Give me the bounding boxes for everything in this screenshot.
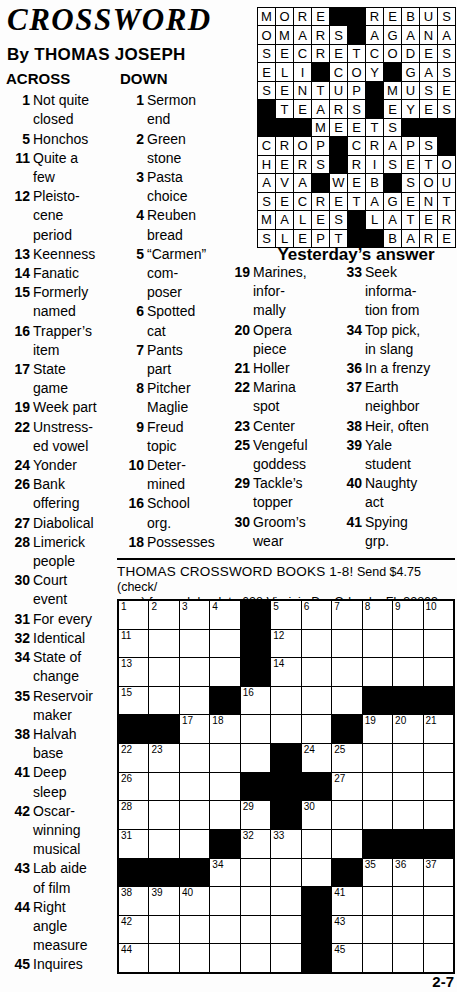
clue-number: 5 (118, 245, 147, 303)
puzzle-cell-r12c10[interactable] (393, 916, 422, 944)
puzzle-cell-r1c11[interactable]: 10 (424, 601, 453, 629)
clue-number: 19 (4, 398, 33, 417)
solution-cell-r12c7: L (366, 211, 383, 228)
puzzle-cell-r11c6[interactable] (271, 887, 300, 915)
clue-number: 41 (4, 763, 33, 801)
puzzle-cell-r2c1[interactable]: 11 (119, 630, 148, 658)
puzzle-cell-r12c8[interactable]: 43 (332, 916, 361, 944)
cell-number: 43 (334, 916, 345, 927)
puzzle-cell-r7c2[interactable] (149, 773, 178, 801)
puzzle-cell-r6c3[interactable] (180, 744, 209, 772)
puzzle-cell-r10c6[interactable] (271, 859, 300, 887)
puzzle-cell-r8c2[interactable] (149, 801, 178, 829)
puzzle-cell-r10c10[interactable]: 36 (393, 859, 422, 887)
puzzle-cell-r6c10[interactable] (393, 744, 422, 772)
puzzle-cell-r2c11[interactable] (424, 630, 453, 658)
clue-down-10: 10Deter- mined (118, 456, 233, 494)
puzzle-cell-r7c8[interactable]: 27 (332, 773, 361, 801)
clue-text: Groom’s wear (253, 513, 341, 551)
clue-down-41: 41Spying grp. (342, 513, 456, 551)
puzzle-cell-r3c4[interactable] (210, 658, 239, 686)
solution-cell-r3c7: C (366, 45, 383, 62)
cell-number: 36 (395, 859, 406, 870)
clue-text: Tackle’s topper (253, 474, 341, 512)
puzzle-cell-r2c4[interactable] (210, 630, 239, 658)
clue-number: 2 (118, 130, 147, 168)
solution-cell-r5c10: S (420, 82, 437, 99)
puzzle-cell-r10c1 (119, 859, 148, 887)
cell-number: 5 (273, 601, 279, 612)
clue-number: 16 (4, 322, 33, 360)
clue-number: 16 (118, 494, 147, 532)
cell-number: 12 (273, 630, 284, 641)
clue-number: 22 (230, 378, 253, 416)
clue-number: 18 (118, 533, 147, 552)
solution-cell-r8c1: C (258, 137, 275, 154)
clue-down-16: 16School org. (118, 494, 233, 532)
solution-cell-r4c9: G (402, 63, 419, 80)
solution-cell-r6c7 (366, 100, 383, 117)
puzzle-cell-r2c9[interactable] (363, 630, 392, 658)
puzzle-cell-r6c9[interactable] (363, 744, 392, 772)
puzzle-cell-r9c3[interactable] (180, 830, 209, 858)
puzzle-cell-r5c8 (332, 715, 361, 743)
puzzle-cell-r11c11[interactable] (424, 887, 453, 915)
solution-cell-r5c6: P (348, 82, 365, 99)
puzzle-cell-r9c7[interactable] (302, 830, 331, 858)
cell-number: 23 (151, 744, 162, 755)
solution-cell-r4c7: Y (366, 63, 383, 80)
puzzle-cell-r1c3[interactable]: 3 (180, 601, 209, 629)
clue-number: 38 (4, 725, 33, 763)
clue-number: 23 (230, 417, 253, 436)
solution-cell-r1c1: M (258, 8, 275, 25)
clue-text: School org. (147, 494, 233, 532)
puzzle-cell-r13c9[interactable] (363, 944, 392, 972)
solution-cell-r12c10: E (420, 211, 437, 228)
solution-cell-r5c8: M (384, 82, 401, 99)
puzzle-cell-r1c8[interactable]: 7 (332, 601, 361, 629)
down-clue-list-3: 33Seek informa- tion from34Top pick, in … (342, 263, 456, 551)
solution-cell-r12c3: L (294, 211, 311, 228)
solution-cell-r3c9: D (402, 45, 419, 62)
puzzle-cell-r2c10[interactable] (393, 630, 422, 658)
puzzle-cell-r10c7[interactable] (302, 859, 331, 887)
solution-cell-r11c5: E (330, 193, 347, 210)
solution-cell-r7c6: E (348, 119, 365, 136)
puzzle-cell-r7c9[interactable] (363, 773, 392, 801)
solution-cell-r7c11 (438, 119, 455, 136)
solution-cell-r11c1: S (258, 193, 275, 210)
puzzle-cell-r10c3 (180, 859, 209, 887)
solution-cell-r12c8: A (384, 211, 401, 228)
cell-number: 10 (426, 601, 437, 612)
clue-text: Center (253, 417, 341, 436)
clue-text: Quite a few (33, 149, 115, 187)
puzzle-cell-r4c7[interactable] (302, 687, 331, 715)
puzzle-cell-r8c8[interactable] (332, 801, 361, 829)
solution-cell-r7c3 (294, 119, 311, 136)
clue-across-28: 28Limerick people (4, 533, 115, 571)
puzzle-cell-r1c1[interactable]: 1 (119, 601, 148, 629)
puzzle-cell-r12c6[interactable] (271, 916, 300, 944)
solution-cell-r3c5: E (330, 45, 347, 62)
clue-text: Court event (33, 571, 115, 609)
solution-cell-r6c10: E (420, 100, 437, 117)
puzzle-cell-r5c9[interactable]: 19 (363, 715, 392, 743)
cell-number: 24 (304, 744, 315, 755)
clue-across-16: 16Trapper’s item (4, 322, 115, 360)
puzzle-cell-r8c3[interactable] (180, 801, 209, 829)
solution-cell-r12c5: S (330, 211, 347, 228)
solution-cell-r6c1 (258, 100, 275, 117)
puzzle-cell-r8c7[interactable]: 30 (302, 801, 331, 829)
clue-text: Heir, often (365, 417, 456, 436)
solution-cell-r7c9 (402, 119, 419, 136)
clue-number: 1 (4, 91, 33, 129)
puzzle-cell-r4c3[interactable] (180, 687, 209, 715)
puzzle-cell-r6c2[interactable]: 23 (149, 744, 178, 772)
cell-number: 15 (121, 687, 132, 698)
solution-cell-r6c11: S (438, 100, 455, 117)
solution-cell-r8c6: C (348, 137, 365, 154)
puzzle-cell-r7c7 (302, 773, 331, 801)
solution-cell-r5c3: N (294, 82, 311, 99)
solution-cell-r2c7: A (366, 26, 383, 43)
puzzle-cell-r13c6[interactable] (271, 944, 300, 972)
solution-cell-r4c1: E (258, 63, 275, 80)
clue-text: State of change (33, 648, 115, 686)
cell-number: 11 (121, 630, 131, 641)
solution-cell-r6c5: R (330, 100, 347, 117)
puzzle-cell-r3c10[interactable] (393, 658, 422, 686)
puzzle-cell-r4c8[interactable] (332, 687, 361, 715)
puzzle-cell-r9c2[interactable] (149, 830, 178, 858)
puzzle-cell-r4c11 (424, 687, 453, 715)
solution-cell-r7c5: E (330, 119, 347, 136)
solution-cell-r11c6: T (348, 193, 365, 210)
puzzle-cell-r2c3[interactable] (180, 630, 209, 658)
clue-number: 29 (230, 474, 253, 512)
clue-down-37: 37Earth neighbor (342, 378, 456, 416)
puzzle-cell-r9c5[interactable]: 32 (241, 830, 270, 858)
cell-number: 19 (365, 715, 376, 726)
puzzle-cell-r7c3[interactable] (180, 773, 209, 801)
solution-cell-r1c2: O (276, 8, 293, 25)
solution-cell-r9c3: R (294, 156, 311, 173)
puzzle-cell-r11c10[interactable] (393, 887, 422, 915)
clue-down-6: 6Spotted cat (118, 302, 233, 340)
solution-cell-r1c6 (348, 8, 365, 25)
puzzle-cell-r3c8[interactable] (332, 658, 361, 686)
puzzle-cell-r6c4[interactable] (210, 744, 239, 772)
clue-text: Diabolical (33, 514, 115, 533)
puzzle-cell-r13c1[interactable]: 44 (119, 944, 148, 972)
cell-number: 21 (426, 715, 437, 726)
clue-across-26: 26Bank offering (4, 475, 115, 513)
cell-number: 40 (182, 887, 193, 898)
cell-number: 27 (334, 773, 345, 784)
clue-across-17: 17State game (4, 360, 115, 398)
puzzle-cell-r5c11[interactable]: 21 (424, 715, 453, 743)
puzzle-cell-r6c7[interactable]: 24 (302, 744, 331, 772)
puzzle-cell-r10c11[interactable]: 37 (424, 859, 453, 887)
puzzle-cell-r1c10[interactable]: 9 (393, 601, 422, 629)
clue-number: 26 (4, 475, 33, 513)
puzzle-cell-r4c2[interactable] (149, 687, 178, 715)
cell-number: 18 (212, 715, 223, 726)
solution-cell-r4c8 (384, 63, 401, 80)
clue-across-32: 32Identical (4, 629, 115, 648)
clue-text: Limerick people (33, 533, 115, 571)
puzzle-cell-r3c3[interactable] (180, 658, 209, 686)
puzzle-cell-r2c6[interactable]: 12 (271, 630, 300, 658)
puzzle-cell-r3c9[interactable] (363, 658, 392, 686)
puzzle-cell-r13c4[interactable] (210, 944, 239, 972)
puzzle-cell-r4c4 (210, 687, 239, 715)
puzzle-cell-r6c11[interactable] (424, 744, 453, 772)
clue-number: 37 (342, 378, 365, 416)
down-clue-list-2: 19Marines, infor- mally20Opera piece21Ho… (230, 263, 341, 551)
puzzle-cell-r7c5 (241, 773, 270, 801)
clue-number: 32 (4, 629, 33, 648)
clue-text: Halvah base (33, 725, 115, 763)
clue-down-38: 38Heir, often (342, 417, 456, 436)
clue-across-19: 19Week part (4, 398, 115, 417)
puzzle-cell-r3c1[interactable]: 13 (119, 658, 148, 686)
solution-cell-r7c10 (420, 119, 437, 136)
clue-number: 30 (4, 571, 33, 609)
puzzle-cell-r12c11[interactable] (424, 916, 453, 944)
cell-number: 26 (121, 773, 132, 784)
puzzle-cell-r12c1[interactable]: 42 (119, 916, 148, 944)
puzzle-cell-r11c4[interactable] (210, 887, 239, 915)
solution-cell-r8c7: R (366, 137, 383, 154)
clue-down-4: 4Reuben bread (118, 206, 233, 244)
solution-cell-r6c3: E (294, 100, 311, 117)
clue-text: Pants part (147, 341, 233, 379)
solution-cell-r4c10: A (420, 63, 437, 80)
solution-cell-r9c5 (330, 156, 347, 173)
solution-cell-r1c8: E (384, 8, 401, 25)
puzzle-cell-r1c2[interactable]: 2 (149, 601, 178, 629)
clue-down-40: 40Naughty act (342, 474, 456, 512)
down-clue-column-3: 33Seek informa- tion from34Top pick, in … (342, 263, 456, 551)
puzzle-cell-r2c8[interactable] (332, 630, 361, 658)
clue-number: 13 (4, 245, 33, 264)
solution-cell-r10c2: V (276, 174, 293, 191)
puzzle-cell-r3c7[interactable] (302, 658, 331, 686)
clue-text: Pitcher Maglie (147, 379, 233, 417)
puzzle-cell-r5c4[interactable]: 18 (210, 715, 239, 743)
solution-cell-r11c3: C (294, 193, 311, 210)
puzzle-cell-r8c1[interactable]: 28 (119, 801, 148, 829)
cell-number: 45 (334, 944, 345, 955)
puzzle-cell-r10c5[interactable] (241, 859, 270, 887)
puzzle-cell-r2c7[interactable] (302, 630, 331, 658)
puzzle-cell-r13c10[interactable] (393, 944, 422, 972)
puzzle-cell-r4c1[interactable]: 15 (119, 687, 148, 715)
clue-text: Vengeful goddess (253, 436, 341, 474)
puzzle-cell-r13c11[interactable] (424, 944, 453, 972)
clue-number: 25 (230, 436, 253, 474)
puzzle-cell-r11c9[interactable] (363, 887, 392, 915)
clue-down-1: 1Sermon end (118, 91, 233, 129)
solution-cell-r2c3: A (294, 26, 311, 43)
puzzle-cell-r13c8[interactable]: 45 (332, 944, 361, 972)
puzzle-cell-r13c3[interactable] (180, 944, 209, 972)
cell-number: 16 (243, 687, 254, 698)
puzzle-cell-r7c1[interactable]: 26 (119, 773, 148, 801)
solution-cell-r10c1: A (258, 174, 275, 191)
puzzle-cell-r8c10[interactable] (393, 801, 422, 829)
solution-cell-r1c5 (330, 8, 347, 25)
puzzle-cell-r5c1 (119, 715, 148, 743)
puzzle-cell-r1c4[interactable]: 4 (210, 601, 239, 629)
solution-cell-r3c10: E (420, 45, 437, 62)
puzzle-cell-r5c3[interactable]: 17 (180, 715, 209, 743)
puzzle-cell-r5c10[interactable]: 20 (393, 715, 422, 743)
cell-number: 38 (121, 887, 132, 898)
puzzle-cell-r12c2[interactable] (149, 916, 178, 944)
solution-cell-r8c11 (438, 137, 455, 154)
solution-cell-r3c1: S (258, 45, 275, 62)
puzzle-cell-r11c2[interactable]: 39 (149, 887, 178, 915)
solution-cell-r10c4 (312, 174, 329, 191)
clue-down-21: 21Holler (230, 359, 341, 378)
clue-across-34: 34State of change (4, 648, 115, 686)
puzzle-cell-r3c2[interactable] (149, 658, 178, 686)
puzzle-cell-r1c7[interactable]: 6 (302, 601, 331, 629)
clue-text: Deter- mined (147, 456, 233, 494)
puzzle-cell-r12c3[interactable] (180, 916, 209, 944)
clue-across-13: 13Keenness (4, 245, 115, 264)
puzzle-cell-r12c4[interactable] (210, 916, 239, 944)
puzzle-cell-r6c6 (271, 744, 300, 772)
puzzle-cell-r5c5[interactable] (241, 715, 270, 743)
puzzle-cell-r11c5[interactable] (241, 887, 270, 915)
cell-number: 4 (212, 601, 218, 612)
puzzle-cell-r4c5[interactable]: 16 (241, 687, 270, 715)
puzzle-cell-r8c9[interactable] (363, 801, 392, 829)
clue-across-43: 43Lab aide of film (4, 859, 115, 897)
solution-cell-r9c1: H (258, 156, 275, 173)
solution-cell-r10c10: O (420, 174, 437, 191)
solution-cell-r6c4: A (312, 100, 329, 117)
puzzle-cell-r2c5 (241, 630, 270, 658)
puzzle-cell-r11c1[interactable]: 38 (119, 887, 148, 915)
clue-text: Naughty act (365, 474, 456, 512)
solution-cell-r8c2: R (276, 137, 293, 154)
solution-grid: MOREREBUSOMARSAGANASECRETCODESELICOYGASS… (257, 7, 456, 248)
solution-cell-r3c3: C (294, 45, 311, 62)
solution-cell-r1c10: U (420, 8, 437, 25)
puzzle-cell-r5c7[interactable] (302, 715, 331, 743)
solution-cell-r9c11: O (438, 156, 455, 173)
solution-cell-r9c6: R (348, 156, 365, 173)
cell-number: 35 (365, 859, 376, 870)
puzzle-cell-r6c5[interactable] (241, 744, 270, 772)
clue-down-20: 20Opera piece (230, 321, 341, 359)
puzzle-cell-r6c8[interactable]: 25 (332, 744, 361, 772)
clue-text: Freud topic (147, 418, 233, 456)
cell-number: 28 (121, 801, 132, 812)
solution-cell-r12c4: E (312, 211, 329, 228)
solution-cell-r8c10: S (420, 137, 437, 154)
clue-number: 22 (4, 418, 33, 456)
puzzle-cell-r12c5[interactable] (241, 916, 270, 944)
solution-cell-r10c6: E (348, 174, 365, 191)
clue-number: 5 (4, 130, 33, 149)
solution-cell-r9c8: S (384, 156, 401, 173)
clue-text: Unstress- ed vowel (33, 418, 115, 456)
puzzle-cell-r6c1[interactable]: 22 (119, 744, 148, 772)
puzzle-cell-r7c11[interactable] (424, 773, 453, 801)
puzzle-cell-r1c9[interactable]: 8 (363, 601, 392, 629)
cell-number: 2 (151, 601, 157, 612)
down-clue-list-1: 1Sermon end2Green stone3Pasta choice4Reu… (118, 91, 233, 552)
solution-cell-r11c9: E (402, 193, 419, 210)
puzzle-cell-r9c10 (393, 830, 422, 858)
puzzle-cell-r9c6[interactable]: 33 (271, 830, 300, 858)
solution-cell-r5c1: S (258, 82, 275, 99)
puzzle-cell-r8c5[interactable]: 29 (241, 801, 270, 829)
clue-number: 4 (118, 206, 147, 244)
cell-number: 34 (212, 859, 223, 870)
puzzle-cell-r9c1[interactable]: 31 (119, 830, 148, 858)
solution-cell-r5c5: U (330, 82, 347, 99)
puzzle-cell-r9c8[interactable] (332, 830, 361, 858)
solution-cell-r1c4: E (312, 8, 329, 25)
solution-cell-r9c10: T (420, 156, 437, 173)
clue-text: Earth neighbor (365, 378, 456, 416)
puzzle-cell-r3c6[interactable]: 14 (271, 658, 300, 686)
puzzle-cell-r5c6[interactable] (271, 715, 300, 743)
puzzle-cell-r7c10[interactable] (393, 773, 422, 801)
across-header: ACROSS (4, 69, 115, 88)
puzzle-cell-r8c11[interactable] (424, 801, 453, 829)
puzzle-cell-r4c6[interactable] (271, 687, 300, 715)
solution-cell-r5c4: T (312, 82, 329, 99)
clue-down-18: 18Possesses (118, 533, 233, 552)
puzzle-cell-r1c6[interactable]: 5 (271, 601, 300, 629)
clue-number: 45 (4, 955, 33, 974)
clue-across-35: 35Reservoir maker (4, 687, 115, 725)
puzzle-cell-r7c4[interactable] (210, 773, 239, 801)
yesterday-answer-label: Yesterday’s answer (255, 245, 457, 265)
puzzle-cell-r2c2[interactable] (149, 630, 178, 658)
puzzle-cell-r8c4[interactable] (210, 801, 239, 829)
solution-cell-r7c4: M (312, 119, 329, 136)
puzzle-cell-r13c2[interactable] (149, 944, 178, 972)
puzzle-cell-r3c11[interactable] (424, 658, 453, 686)
cell-number: 3 (182, 601, 188, 612)
puzzle-cell-r11c3[interactable]: 40 (180, 887, 209, 915)
clue-number: 38 (342, 417, 365, 436)
puzzle-cell-r10c2 (149, 859, 178, 887)
puzzle-cell-r12c9[interactable] (363, 916, 392, 944)
puzzle-cell-r10c9[interactable]: 35 (363, 859, 392, 887)
clue-across-30: 30Court event (4, 571, 115, 609)
clue-text: Seek informa- tion from (365, 263, 456, 321)
solution-cell-r2c1: O (258, 26, 275, 43)
puzzle-cell-r11c8[interactable]: 41 (332, 887, 361, 915)
clue-text: In a frenzy (365, 359, 456, 378)
clue-across-14: 14Fanatic (4, 264, 115, 283)
solution-cell-r4c4 (312, 63, 329, 80)
puzzle-cell-r13c5[interactable] (241, 944, 270, 972)
puzzle-cell-r10c4[interactable]: 34 (210, 859, 239, 887)
